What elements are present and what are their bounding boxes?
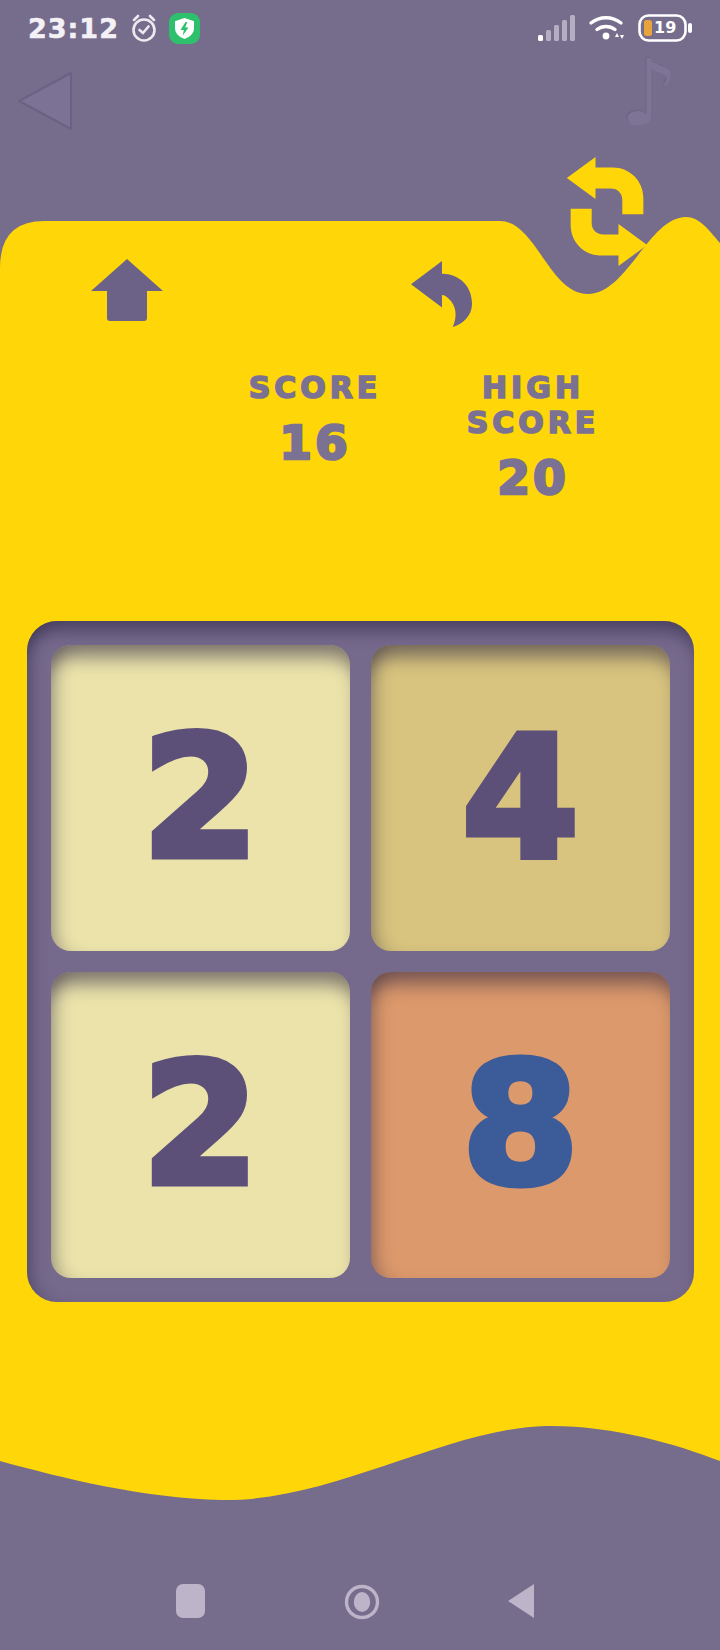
- tile-2: 2: [51, 645, 350, 951]
- undo-icon[interactable]: [411, 261, 473, 327]
- phone-screen: 23:12: [0, 0, 720, 1650]
- signal-bars-icon: [538, 15, 578, 41]
- android-nav-bar: [0, 1578, 720, 1626]
- score-label: SCORE: [210, 370, 420, 405]
- high-score-label: HIGH SCORE: [418, 370, 648, 440]
- game-board[interactable]: 2 4 2 8: [27, 621, 694, 1302]
- clock-time: 23:12: [28, 13, 119, 44]
- back-button[interactable]: [506, 1582, 536, 1620]
- music-note-icon[interactable]: ♪: [620, 48, 679, 140]
- recents-button[interactable]: [176, 1584, 205, 1618]
- security-shield-icon: [169, 13, 200, 44]
- battery-percent: 19: [654, 18, 676, 37]
- status-bar: 23:12: [0, 0, 720, 56]
- back-triangle-icon[interactable]: [16, 70, 74, 132]
- home-icon[interactable]: [91, 259, 163, 321]
- alarm-icon: [129, 12, 159, 44]
- tile-4: 4: [371, 645, 670, 951]
- tile-8: 8: [371, 972, 670, 1278]
- restart-swap-icon[interactable]: [563, 155, 651, 268]
- battery-icon: 19: [638, 14, 692, 42]
- score-value: 16: [210, 415, 420, 470]
- wifi-icon: [588, 13, 628, 43]
- tile-2: 2: [51, 972, 350, 1278]
- home-button[interactable]: [343, 1582, 381, 1622]
- high-score-value: 20: [418, 450, 648, 505]
